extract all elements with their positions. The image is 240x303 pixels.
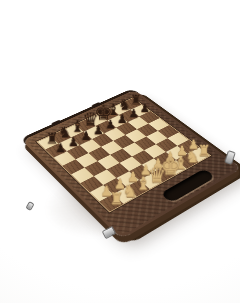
scene: ♜♞♝♛♚♝♞♜♟♟♟♟♟♟♟♟♟♟♟♟♟♟♟♟♜♞♝♛♚♝♞♜ — [0, 0, 240, 303]
chess-case: ♜♞♝♛♚♝♞♜♟♟♟♟♟♟♟♟♟♟♟♟♟♟♟♟♜♞♝♛♚♝♞♜ — [22, 89, 240, 239]
square-c4 — [98, 154, 120, 169]
product-photo-stage: ♜♞♝♛♚♝♞♜♟♟♟♟♟♟♟♟♟♟♟♟♟♟♟♟♜♞♝♛♚♝♞♜ — [0, 0, 240, 303]
